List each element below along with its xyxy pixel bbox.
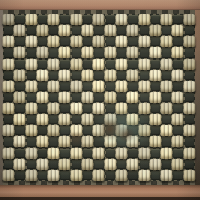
checkerboard-grid: [3, 14, 195, 181]
board-square-dark: [106, 171, 115, 180]
board-square-dark: [185, 160, 194, 169]
board-square-dark: [173, 126, 182, 135]
board-square-light: [25, 170, 37, 181]
board-square-dark: [72, 26, 81, 35]
board-square-dark: [162, 26, 171, 35]
board-square-dark: [15, 126, 24, 135]
board-square-light: [127, 114, 139, 125]
board-square-dark: [117, 137, 126, 146]
board-square-light: [161, 81, 173, 92]
board-square-dark: [27, 93, 36, 102]
board-square-light: [115, 103, 127, 114]
board-square-light: [59, 92, 71, 103]
board-square-light: [104, 25, 116, 36]
board-square-light: [2, 81, 14, 92]
board-square-dark: [117, 26, 126, 35]
board-square-light: [70, 147, 82, 158]
board-square-dark: [60, 149, 69, 158]
board-square-dark: [4, 160, 13, 169]
board-square-light: [115, 147, 127, 158]
board-square-dark: [49, 93, 58, 102]
board-square-dark: [83, 37, 92, 46]
board-square-dark: [140, 48, 149, 57]
board-square-light: [93, 58, 105, 69]
board-square-dark: [185, 48, 194, 57]
board-square-light: [172, 47, 184, 58]
board-square-light: [70, 125, 82, 136]
board-square-dark: [106, 104, 115, 113]
board-square-light: [138, 36, 150, 47]
board-square-light: [36, 136, 48, 147]
woven-checkerboard-photo: [0, 0, 200, 200]
board-square-light: [48, 81, 60, 92]
board-square-dark: [94, 115, 103, 124]
board-square-dark: [173, 104, 182, 113]
board-square-light: [81, 159, 93, 170]
board-square-dark: [27, 160, 36, 169]
board-square-dark: [15, 37, 24, 46]
board-square-dark: [151, 104, 160, 113]
board-square-dark: [117, 160, 126, 169]
board-square-dark: [106, 126, 115, 135]
frame-base-shadow: [0, 197, 200, 200]
board-square-light: [70, 58, 82, 69]
board-square-dark: [60, 104, 69, 113]
board-square-dark: [173, 171, 182, 180]
board-square-light: [93, 14, 105, 25]
board-square-dark: [140, 115, 149, 124]
board-square-dark: [140, 26, 149, 35]
board-square-dark: [4, 115, 13, 124]
board-square-light: [25, 58, 37, 69]
board-square-dark: [4, 48, 13, 57]
board-square-light: [149, 47, 161, 58]
board-square-light: [127, 159, 139, 170]
board-square-dark: [60, 15, 69, 24]
board-square-dark: [151, 15, 160, 24]
board-square-dark: [185, 71, 194, 80]
board-square-light: [104, 114, 116, 125]
board-square-dark: [106, 82, 115, 91]
board-square-dark: [151, 126, 160, 135]
board-square-light: [70, 14, 82, 25]
board-square-light: [25, 125, 37, 136]
board-square-dark: [83, 15, 92, 24]
board-square-dark: [15, 104, 24, 113]
board-square-light: [59, 114, 71, 125]
board-square-dark: [38, 82, 47, 91]
board-square-light: [138, 125, 150, 136]
board-square-dark: [72, 137, 81, 146]
board-square-light: [183, 58, 195, 69]
board-square-dark: [173, 37, 182, 46]
board-square-dark: [106, 37, 115, 46]
board-square-light: [48, 58, 60, 69]
board-square-light: [104, 47, 116, 58]
board-square-light: [104, 70, 116, 81]
board-square-dark: [38, 60, 47, 69]
board-square-dark: [4, 71, 13, 80]
board-square-light: [36, 25, 48, 36]
board-square-dark: [140, 160, 149, 169]
woven-mat: [3, 10, 195, 185]
board-square-light: [161, 36, 173, 47]
board-square-dark: [38, 15, 47, 24]
board-square-light: [149, 136, 161, 147]
board-square-light: [81, 25, 93, 36]
board-square-dark: [128, 104, 137, 113]
board-square-light: [25, 36, 37, 47]
board-square-dark: [117, 71, 126, 80]
board-square-light: [172, 159, 184, 170]
board-square-dark: [185, 115, 194, 124]
board-square-dark: [49, 48, 58, 57]
board-square-light: [48, 125, 60, 136]
board-square-light: [59, 159, 71, 170]
board-square-dark: [4, 26, 13, 35]
board-square-dark: [72, 71, 81, 80]
board-square-light: [2, 58, 14, 69]
board-square-light: [161, 125, 173, 136]
board-square-light: [127, 70, 139, 81]
board-square-light: [138, 103, 150, 114]
board-square-light: [70, 81, 82, 92]
board-square-light: [161, 170, 173, 181]
board-square-light: [104, 136, 116, 147]
mat-border-weave-bottom: [3, 181, 195, 185]
board-square-dark: [106, 60, 115, 69]
board-square-dark: [27, 115, 36, 124]
board-square-dark: [83, 171, 92, 180]
board-square-dark: [94, 160, 103, 169]
board-square-dark: [60, 82, 69, 91]
board-square-dark: [49, 160, 58, 169]
board-square-dark: [128, 171, 137, 180]
board-square-light: [149, 25, 161, 36]
board-square-dark: [128, 82, 137, 91]
board-square-light: [127, 47, 139, 58]
board-square-light: [127, 136, 139, 147]
board-square-dark: [117, 115, 126, 124]
wooden-frame-bottom: [0, 185, 200, 197]
board-square-light: [36, 114, 48, 125]
board-square-dark: [38, 171, 47, 180]
board-square-light: [25, 81, 37, 92]
board-square-dark: [72, 160, 81, 169]
board-square-light: [48, 103, 60, 114]
board-square-light: [14, 25, 26, 36]
board-square-dark: [151, 60, 160, 69]
board-square-light: [48, 14, 60, 25]
board-square-dark: [173, 60, 182, 69]
board-square-dark: [38, 37, 47, 46]
board-square-dark: [162, 137, 171, 146]
board-square-dark: [128, 15, 137, 24]
board-square-dark: [15, 82, 24, 91]
board-square-light: [93, 81, 105, 92]
board-square-dark: [162, 160, 171, 169]
board-square-dark: [83, 82, 92, 91]
board-square-dark: [185, 93, 194, 102]
board-square-light: [115, 36, 127, 47]
board-square-dark: [94, 137, 103, 146]
board-square-dark: [140, 137, 149, 146]
board-square-light: [36, 47, 48, 58]
board-square-light: [183, 147, 195, 158]
board-square-dark: [49, 137, 58, 146]
board-square-dark: [38, 104, 47, 113]
board-square-dark: [140, 71, 149, 80]
board-square-light: [93, 170, 105, 181]
board-square-dark: [185, 137, 194, 146]
board-square-light: [104, 92, 116, 103]
board-square-dark: [15, 60, 24, 69]
board-square-light: [138, 14, 150, 25]
board-square-light: [14, 114, 26, 125]
board-square-light: [161, 147, 173, 158]
board-square-light: [70, 170, 82, 181]
board-square-dark: [60, 60, 69, 69]
board-square-dark: [49, 115, 58, 124]
board-square-light: [115, 81, 127, 92]
board-square-light: [115, 58, 127, 69]
board-square-dark: [151, 82, 160, 91]
board-square-dark: [83, 60, 92, 69]
board-square-dark: [83, 149, 92, 158]
board-square-dark: [72, 48, 81, 57]
board-square-light: [115, 170, 127, 181]
board-square-dark: [27, 48, 36, 57]
board-square-dark: [117, 48, 126, 57]
board-square-light: [2, 147, 14, 158]
board-square-dark: [94, 48, 103, 57]
board-square-dark: [15, 171, 24, 180]
board-square-light: [104, 159, 116, 170]
board-square-light: [14, 92, 26, 103]
board-square-light: [2, 36, 14, 47]
board-square-light: [48, 147, 60, 158]
board-square-light: [25, 103, 37, 114]
board-square-light: [14, 47, 26, 58]
board-square-dark: [83, 104, 92, 113]
board-square-dark: [128, 126, 137, 135]
board-square-light: [93, 147, 105, 158]
board-square-light: [161, 103, 173, 114]
board-square-light: [138, 58, 150, 69]
board-square-light: [25, 14, 37, 25]
board-square-light: [172, 70, 184, 81]
board-square-light: [172, 25, 184, 36]
board-square-light: [2, 103, 14, 114]
board-square-dark: [15, 149, 24, 158]
board-square-dark: [4, 137, 13, 146]
board-square-light: [127, 92, 139, 103]
board-square-light: [14, 70, 26, 81]
board-square-light: [36, 70, 48, 81]
board-square-light: [115, 125, 127, 136]
board-square-light: [183, 103, 195, 114]
board-square-light: [183, 36, 195, 47]
board-square-light: [149, 70, 161, 81]
board-square-dark: [185, 26, 194, 35]
board-square-light: [183, 170, 195, 181]
board-square-light: [138, 81, 150, 92]
board-square-light: [138, 170, 150, 181]
board-square-light: [70, 36, 82, 47]
board-square-dark: [94, 93, 103, 102]
board-square-light: [25, 147, 37, 158]
board-square-light: [14, 159, 26, 170]
board-square-dark: [38, 126, 47, 135]
board-square-dark: [162, 93, 171, 102]
board-square-dark: [173, 15, 182, 24]
board-square-dark: [83, 126, 92, 135]
board-square-light: [183, 125, 195, 136]
board-square-dark: [106, 15, 115, 24]
board-square-light: [93, 103, 105, 114]
board-square-light: [172, 114, 184, 125]
board-square-dark: [49, 26, 58, 35]
board-square-light: [36, 92, 48, 103]
board-square-dark: [162, 115, 171, 124]
wooden-frame-top: [0, 0, 200, 10]
board-square-dark: [162, 71, 171, 80]
board-square-light: [59, 47, 71, 58]
board-square-light: [81, 47, 93, 58]
board-square-light: [183, 81, 195, 92]
board-square-dark: [151, 37, 160, 46]
board-square-dark: [128, 60, 137, 69]
board-square-light: [2, 125, 14, 136]
board-square-light: [59, 136, 71, 147]
board-square-light: [161, 14, 173, 25]
board-square-light: [81, 92, 93, 103]
board-square-dark: [27, 26, 36, 35]
board-square-dark: [94, 71, 103, 80]
board-square-light: [127, 25, 139, 36]
board-square-dark: [4, 93, 13, 102]
board-square-dark: [94, 26, 103, 35]
board-square-dark: [72, 93, 81, 102]
board-square-light: [172, 92, 184, 103]
board-square-light: [70, 103, 82, 114]
board-square-light: [2, 170, 14, 181]
board-square-light: [48, 36, 60, 47]
board-square-light: [14, 136, 26, 147]
board-square-light: [36, 159, 48, 170]
board-square-dark: [173, 149, 182, 158]
board-square-dark: [128, 37, 137, 46]
board-square-light: [93, 36, 105, 47]
board-square-light: [138, 147, 150, 158]
board-square-light: [81, 70, 93, 81]
board-square-dark: [27, 71, 36, 80]
board-square-dark: [27, 137, 36, 146]
board-square-dark: [128, 149, 137, 158]
board-square-dark: [151, 171, 160, 180]
board-square-dark: [60, 126, 69, 135]
board-square-dark: [38, 149, 47, 158]
board-square-dark: [140, 93, 149, 102]
board-square-dark: [49, 71, 58, 80]
board-square-light: [59, 70, 71, 81]
board-square-dark: [72, 115, 81, 124]
board-square-light: [93, 125, 105, 136]
board-square-dark: [106, 149, 115, 158]
board-square-dark: [15, 15, 24, 24]
board-square-dark: [60, 37, 69, 46]
board-square-light: [161, 58, 173, 69]
board-square-light: [48, 170, 60, 181]
board-square-light: [149, 114, 161, 125]
board-square-light: [81, 114, 93, 125]
board-square-dark: [162, 48, 171, 57]
board-square-dark: [60, 171, 69, 180]
board-square-light: [149, 92, 161, 103]
wooden-frame-right: [195, 10, 200, 185]
board-square-light: [115, 14, 127, 25]
board-square-dark: [151, 149, 160, 158]
board-square-light: [81, 136, 93, 147]
board-square-light: [149, 159, 161, 170]
board-square-light: [59, 25, 71, 36]
board-square-dark: [173, 82, 182, 91]
board-square-light: [172, 136, 184, 147]
board-square-light: [2, 14, 14, 25]
board-square-light: [183, 14, 195, 25]
board-square-dark: [117, 93, 126, 102]
